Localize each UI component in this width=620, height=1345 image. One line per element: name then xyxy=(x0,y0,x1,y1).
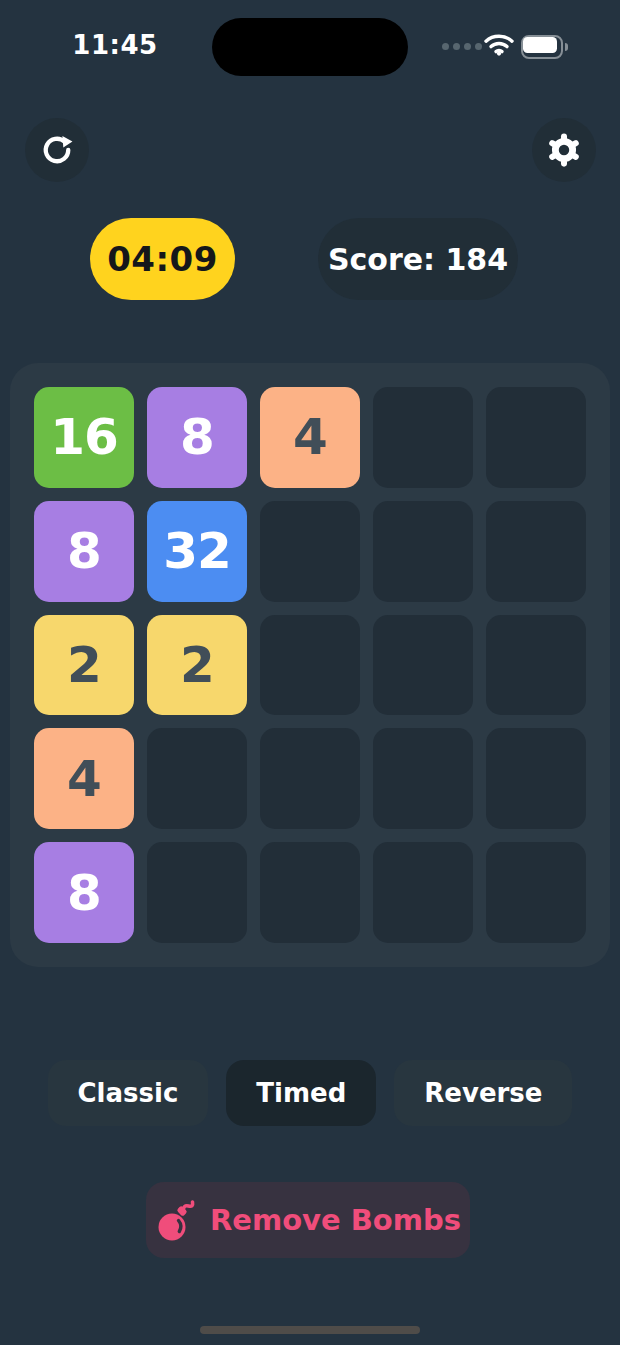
tile-8: 8 xyxy=(34,842,134,943)
mode-row: Classic Timed Reverse xyxy=(0,1060,620,1126)
empty-cell xyxy=(486,615,586,716)
signal-dot xyxy=(475,43,482,50)
empty-cell xyxy=(373,728,473,829)
status-bar: 11:45 xyxy=(0,0,620,92)
empty-cell xyxy=(486,501,586,602)
empty-cell xyxy=(260,615,360,716)
battery-icon xyxy=(521,35,569,59)
empty-cell xyxy=(486,842,586,943)
mode-button-timed[interactable]: Timed xyxy=(226,1060,376,1126)
remove-bombs-label: Remove Bombs xyxy=(210,1203,461,1237)
empty-cell xyxy=(260,501,360,602)
tile-4: 4 xyxy=(34,728,134,829)
mode-button-reverse[interactable]: Reverse xyxy=(394,1060,572,1126)
tile-2: 2 xyxy=(147,615,247,716)
bomb-icon xyxy=(155,1197,197,1243)
empty-cell xyxy=(147,842,247,943)
score-pill: Score: 184 xyxy=(318,218,518,300)
tile-8: 8 xyxy=(34,501,134,602)
tile-16: 16 xyxy=(34,387,134,488)
empty-cell xyxy=(486,387,586,488)
tile-4: 4 xyxy=(260,387,360,488)
signal-dot xyxy=(464,43,471,50)
signal-dot xyxy=(442,43,449,50)
tile-8: 8 xyxy=(147,387,247,488)
timer-value: 04:09 xyxy=(107,239,218,279)
signal-dot xyxy=(453,43,460,50)
cellular-signal-dots-icon xyxy=(442,43,482,50)
empty-cell xyxy=(486,728,586,829)
refresh-icon xyxy=(39,132,75,168)
empty-cell xyxy=(260,728,360,829)
empty-cell xyxy=(373,387,473,488)
gear-icon xyxy=(545,131,583,169)
score-value: Score: 184 xyxy=(328,242,508,277)
empty-cell xyxy=(260,842,360,943)
wifi-icon xyxy=(483,33,515,61)
battery-nub xyxy=(565,43,568,51)
empty-cell xyxy=(373,842,473,943)
status-time: 11:45 xyxy=(70,30,160,60)
home-indicator[interactable] xyxy=(200,1326,420,1334)
empty-cell xyxy=(373,501,473,602)
empty-cell xyxy=(373,615,473,716)
remove-bombs-button[interactable]: Remove Bombs xyxy=(146,1182,470,1258)
settings-button[interactable] xyxy=(532,118,596,182)
mode-button-classic[interactable]: Classic xyxy=(48,1060,209,1126)
timer-pill: 04:09 xyxy=(90,218,235,300)
tile-2: 2 xyxy=(34,615,134,716)
board[interactable]: 16848322248 xyxy=(10,363,610,967)
battery-level xyxy=(523,37,557,53)
restart-button[interactable] xyxy=(25,118,89,182)
tile-32: 32 xyxy=(147,501,247,602)
empty-cell xyxy=(147,728,247,829)
dynamic-island xyxy=(212,18,408,76)
